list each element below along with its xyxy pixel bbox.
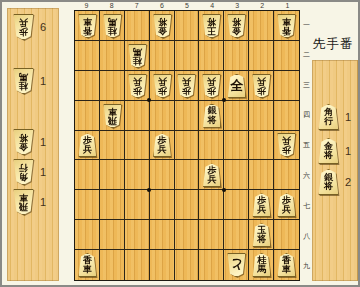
piece-kanji: 兵 <box>158 145 167 155</box>
square-7-9[interactable] <box>125 250 150 280</box>
piece-kanji: 歩 <box>182 86 191 96</box>
rank-label-6: 六 <box>301 161 312 191</box>
piece-kanji: 行 <box>324 117 333 127</box>
square-3-6[interactable] <box>224 160 249 190</box>
gote-hand-gold-count: 1 <box>40 136 46 148</box>
gote-hand-rook-count: 1 <box>40 196 46 208</box>
piece-kanji: 全 <box>230 79 243 93</box>
square-5-9[interactable] <box>175 250 200 280</box>
piece-face: 歩兵 <box>202 74 221 98</box>
piece-face: 歩兵 <box>153 74 172 98</box>
gote-lance-piece: 香車 <box>78 14 97 38</box>
square-4-3[interactable]: 歩兵 <box>199 71 224 101</box>
gote-knight-piece: 桂馬 <box>103 14 122 38</box>
piece-kanji: 将 <box>232 16 241 26</box>
square-6-1[interactable]: 金将 <box>150 11 175 41</box>
square-1-1[interactable]: 香車 <box>274 11 299 41</box>
file-label-7: 7 <box>124 1 149 10</box>
sente-hand-silver-count: 2 <box>345 176 351 188</box>
square-1-2[interactable] <box>274 41 299 71</box>
piece-kanji: 車 <box>19 193 28 203</box>
piece-face: 銀将 <box>202 104 221 128</box>
sente-hand-gold[interactable]: 金将1 <box>318 138 351 164</box>
piece-face: 角行 <box>318 104 339 130</box>
piece-kanji: 桂 <box>108 26 117 36</box>
square-8-9[interactable] <box>100 250 125 280</box>
square-6-7[interactable] <box>150 190 175 220</box>
square-3-9[interactable]: と <box>224 250 249 280</box>
piece-face: 歩兵 <box>78 133 97 157</box>
piece-face: 角行 <box>13 159 34 185</box>
piece-face: 王将 <box>202 14 221 38</box>
square-4-9[interactable] <box>199 250 224 280</box>
file-label-9: 9 <box>74 1 99 10</box>
rank-label-3: 三 <box>301 70 312 100</box>
piece-kanji: 歩 <box>133 86 142 96</box>
piece-kanji: 兵 <box>207 76 216 86</box>
square-9-3[interactable] <box>75 71 100 101</box>
piece-face: 歩兵 <box>153 133 172 157</box>
piece-kanji: 桂 <box>133 56 142 66</box>
square-7-7[interactable] <box>125 190 150 220</box>
square-2-4[interactable] <box>249 101 274 131</box>
file-label-8: 8 <box>99 1 124 10</box>
piece-kanji: 兵 <box>207 175 216 185</box>
piece-kanji: 車 <box>83 265 92 275</box>
sente-pawn-piece: 歩兵 <box>252 193 271 217</box>
piece-kanji: 将 <box>19 133 28 143</box>
square-7-6[interactable] <box>125 160 150 190</box>
piece-face: 歩兵 <box>252 74 271 98</box>
piece-kanji: 将 <box>324 182 333 192</box>
square-4-6[interactable]: 歩兵 <box>199 160 224 190</box>
square-2-9[interactable]: 桂馬 <box>249 250 274 280</box>
square-6-8[interactable] <box>150 220 175 250</box>
gote-knight-piece: 桂馬 <box>128 44 147 68</box>
square-4-2[interactable] <box>199 41 224 71</box>
square-1-9[interactable]: 香車 <box>274 250 299 280</box>
square-5-5[interactable] <box>175 131 200 161</box>
square-8-1[interactable]: 桂馬 <box>100 11 125 41</box>
gote-pawn-piece: 歩兵 <box>202 74 221 98</box>
piece-kanji: 王 <box>207 26 216 36</box>
piece-kanji: 馬 <box>133 46 142 56</box>
piece-kanji: 歩 <box>282 145 291 155</box>
sente-silver-piece[interactable]: 銀将 <box>318 169 339 195</box>
square-9-9[interactable]: 香車 <box>75 250 100 280</box>
piece-kanji: 歩 <box>19 27 28 37</box>
square-2-1[interactable] <box>249 11 274 41</box>
gote-hand-pawn-count: 6 <box>40 21 46 33</box>
piece-kanji: 車 <box>108 106 117 116</box>
square-6-2[interactable] <box>150 41 175 71</box>
sente-pawn-piece: 歩兵 <box>78 133 97 157</box>
square-2-2[interactable] <box>249 41 274 71</box>
piece-kanji: 馬 <box>108 16 117 26</box>
sente-hand-bishop-count: 1 <box>345 111 351 123</box>
square-9-4[interactable] <box>75 101 100 131</box>
square-5-8[interactable] <box>175 220 200 250</box>
square-4-8[interactable] <box>199 220 224 250</box>
piece-kanji: 香 <box>83 26 92 36</box>
square-5-7[interactable] <box>175 190 200 220</box>
square-3-1[interactable]: 金将 <box>224 11 249 41</box>
file-label-1: 1 <box>275 1 300 10</box>
piece-face: 飛車 <box>103 104 122 128</box>
piece-kanji: 金 <box>19 142 28 152</box>
piece-kanji: 将 <box>207 16 216 26</box>
gote-hand-bishop[interactable]: 角行1 <box>13 159 46 185</box>
piece-kanji: と <box>230 258 243 272</box>
square-5-1[interactable] <box>175 11 200 41</box>
square-3-7[interactable] <box>224 190 249 220</box>
piece-kanji: 車 <box>282 16 291 26</box>
file-label-5: 5 <box>174 1 199 10</box>
piece-kanji: 将 <box>207 116 216 126</box>
gote-pawn-piece: 歩兵 <box>128 74 147 98</box>
square-8-4[interactable]: 飛車 <box>100 101 125 131</box>
sente-bishop-piece[interactable]: 角行 <box>318 104 339 130</box>
piece-kanji: 歩 <box>257 86 266 96</box>
piece-kanji: 兵 <box>282 136 291 146</box>
rank-label-8: 八 <box>301 221 312 251</box>
gote-king-piece: 王将 <box>202 14 221 38</box>
piece-face: 香車 <box>78 14 97 38</box>
sente-pawn-piece: 歩兵 <box>202 163 221 187</box>
rank-label-9: 九 <box>301 251 312 281</box>
square-2-3[interactable]: 歩兵 <box>249 71 274 101</box>
gote-hand-rook[interactable]: 飛車1 <box>13 189 46 215</box>
piece-face: 全 <box>227 74 246 98</box>
square-7-1[interactable] <box>125 11 150 41</box>
gote-tokin-piece: と <box>227 253 246 277</box>
sente-promoted-silver-piece: 全 <box>227 74 246 98</box>
piece-face: 歩兵 <box>128 74 147 98</box>
piece-face: 桂馬 <box>252 253 271 277</box>
piece-kanji: 兵 <box>282 205 291 215</box>
shogi-diagram: 歩兵6桂馬1金将1角行1飛車1 987654321 香車桂馬金将王将金将香車桂馬… <box>0 0 360 287</box>
piece-face: 歩兵 <box>202 163 221 187</box>
square-5-4[interactable] <box>175 101 200 131</box>
file-labels: 987654321 <box>74 1 300 10</box>
sente-gold-piece[interactable]: 金将 <box>318 138 339 164</box>
hoshi-dot <box>147 98 151 102</box>
square-3-2[interactable] <box>224 41 249 71</box>
sente-lance-piece: 香車 <box>277 253 296 277</box>
gote-hand-knight[interactable]: 桂馬1 <box>13 68 46 94</box>
piece-kanji: 桂 <box>19 81 28 91</box>
piece-kanji: 行 <box>19 163 28 173</box>
gote-hand-pawn[interactable]: 歩兵6 <box>13 14 46 40</box>
gote-bishop-piece[interactable]: 角行 <box>13 159 34 185</box>
piece-kanji: 将 <box>257 235 266 245</box>
square-3-8[interactable] <box>224 220 249 250</box>
piece-kanji: 兵 <box>182 76 191 86</box>
piece-kanji: 金 <box>232 26 241 36</box>
gote-hand-gold[interactable]: 金将1 <box>13 129 46 155</box>
piece-kanji: 歩 <box>158 86 167 96</box>
rank-label-5: 五 <box>301 130 312 160</box>
piece-face: 歩兵 <box>13 14 34 40</box>
piece-face: 飛車 <box>13 189 34 215</box>
piece-face: 金将 <box>227 14 246 38</box>
piece-face: 金将 <box>153 14 172 38</box>
file-label-6: 6 <box>149 1 174 10</box>
sente-knight-piece: 桂馬 <box>252 253 271 277</box>
gote-gold-piece: 金将 <box>227 14 246 38</box>
square-1-4[interactable] <box>274 101 299 131</box>
piece-face: 金将 <box>318 138 339 164</box>
piece-kanji: 歩 <box>207 86 216 96</box>
piece-kanji: 角 <box>19 172 28 182</box>
square-1-6[interactable] <box>274 160 299 190</box>
square-4-7[interactable] <box>199 190 224 220</box>
piece-kanji: 馬 <box>19 72 28 82</box>
piece-kanji: 飛 <box>108 116 117 126</box>
square-9-2[interactable] <box>75 41 100 71</box>
piece-kanji: 車 <box>83 16 92 26</box>
file-label-4: 4 <box>200 1 225 10</box>
sente-hand-silver[interactable]: 銀将2 <box>318 169 351 195</box>
sente-lance-piece: 香車 <box>78 253 97 277</box>
sente-pawn-piece: 歩兵 <box>153 133 172 157</box>
square-8-3[interactable] <box>100 71 125 101</box>
gote-hand-knight-count: 1 <box>40 75 46 87</box>
file-label-3: 3 <box>225 1 250 10</box>
square-9-5[interactable]: 歩兵 <box>75 131 100 161</box>
piece-face: 歩兵 <box>252 193 271 217</box>
piece-face: 歩兵 <box>277 133 296 157</box>
piece-kanji: 将 <box>324 151 333 161</box>
piece-face: 歩兵 <box>177 74 196 98</box>
square-6-9[interactable] <box>150 250 175 280</box>
square-2-5[interactable] <box>249 131 274 161</box>
rank-label-7: 七 <box>301 191 312 221</box>
square-8-6[interactable] <box>100 160 125 190</box>
rank-label-4: 四 <box>301 100 312 130</box>
square-9-8[interactable] <box>75 220 100 250</box>
square-9-6[interactable] <box>75 160 100 190</box>
gote-gold-piece: 金将 <box>153 14 172 38</box>
square-2-8[interactable]: 玉将 <box>249 220 274 250</box>
sente-hand-bishop[interactable]: 角行1 <box>318 104 351 130</box>
piece-face: 金将 <box>13 129 34 155</box>
square-3-3[interactable]: 全 <box>224 71 249 101</box>
square-3-4[interactable] <box>224 101 249 131</box>
gote-rook-piece: 飛車 <box>103 104 122 128</box>
piece-kanji: 兵 <box>83 145 92 155</box>
gote-hand-bishop-count: 1 <box>40 166 46 178</box>
piece-kanji: 金 <box>158 26 167 36</box>
gote-pawn-piece: 歩兵 <box>277 133 296 157</box>
piece-face: 玉将 <box>252 223 271 247</box>
gote-gold-piece[interactable]: 金将 <box>13 129 34 155</box>
square-6-3[interactable]: 歩兵 <box>150 71 175 101</box>
square-8-8[interactable] <box>100 220 125 250</box>
square-7-2[interactable]: 桂馬 <box>125 41 150 71</box>
hoshi-dot <box>147 188 151 192</box>
square-9-7[interactable] <box>75 190 100 220</box>
gote-hand-stand: 歩兵6桂馬1金将1角行1飛車1 <box>7 8 59 281</box>
square-8-7[interactable] <box>100 190 125 220</box>
piece-face: 銀将 <box>318 169 339 195</box>
piece-kanji: 兵 <box>158 76 167 86</box>
square-7-5[interactable] <box>125 131 150 161</box>
square-6-4[interactable] <box>150 101 175 131</box>
gote-pawn-piece: 歩兵 <box>177 74 196 98</box>
square-9-1[interactable]: 香車 <box>75 11 100 41</box>
square-4-5[interactable] <box>199 131 224 161</box>
square-2-7[interactable]: 歩兵 <box>249 190 274 220</box>
square-7-3[interactable]: 歩兵 <box>125 71 150 101</box>
gote-pawn-piece: 歩兵 <box>153 74 172 98</box>
sente-hand-stand: 角行1金将1銀将2 <box>312 60 358 281</box>
piece-face: 香車 <box>78 253 97 277</box>
file-label-2: 2 <box>250 1 275 10</box>
piece-face: と <box>227 253 246 277</box>
hoshi-dot <box>222 98 226 102</box>
square-7-8[interactable] <box>125 220 150 250</box>
square-1-3[interactable] <box>274 71 299 101</box>
piece-face: 香車 <box>277 253 296 277</box>
sente-pawn-piece: 歩兵 <box>277 193 296 217</box>
piece-kanji: 兵 <box>257 205 266 215</box>
square-1-5[interactable]: 歩兵 <box>274 131 299 161</box>
piece-face: 桂馬 <box>103 14 122 38</box>
piece-kanji: 将 <box>158 16 167 26</box>
piece-kanji: 兵 <box>19 18 28 28</box>
piece-kanji: 香 <box>282 26 291 36</box>
hoshi-dot <box>222 188 226 192</box>
gote-knight-piece[interactable]: 桂馬 <box>13 68 34 94</box>
square-1-7[interactable]: 歩兵 <box>274 190 299 220</box>
square-4-4[interactable]: 銀将 <box>199 101 224 131</box>
piece-face: 桂馬 <box>13 68 34 94</box>
piece-kanji: 兵 <box>257 76 266 86</box>
piece-face: 歩兵 <box>277 193 296 217</box>
square-5-2[interactable] <box>175 41 200 71</box>
gote-pawn-piece: 歩兵 <box>252 74 271 98</box>
square-7-4[interactable] <box>125 101 150 131</box>
piece-kanji: 飛 <box>19 202 28 212</box>
square-6-6[interactable] <box>150 160 175 190</box>
piece-face: 香車 <box>277 14 296 38</box>
shogi-board: 香車桂馬金将王将金将香車桂馬歩兵歩兵歩兵歩兵全歩兵飛車銀将歩兵歩兵歩兵歩兵歩兵歩… <box>74 10 300 281</box>
sente-silver-piece: 銀将 <box>202 104 221 128</box>
square-4-1[interactable]: 王将 <box>199 11 224 41</box>
sente-king-piece: 玉将 <box>252 223 271 247</box>
piece-kanji: 兵 <box>133 76 142 86</box>
square-2-6[interactable] <box>249 160 274 190</box>
gote-pawn-piece[interactable]: 歩兵 <box>13 14 34 40</box>
square-6-5[interactable]: 歩兵 <box>150 131 175 161</box>
square-5-6[interactable] <box>175 160 200 190</box>
sente-hand-gold-count: 1 <box>345 145 351 157</box>
square-5-3[interactable]: 歩兵 <box>175 71 200 101</box>
square-1-8[interactable] <box>274 220 299 250</box>
gote-lance-piece: 香車 <box>277 14 296 38</box>
turn-indicator: 先手番 <box>308 36 358 53</box>
square-8-5[interactable] <box>100 131 125 161</box>
square-3-5[interactable] <box>224 131 249 161</box>
piece-kanji: 車 <box>282 265 291 275</box>
square-8-2[interactable] <box>100 41 125 71</box>
gote-rook-piece[interactable]: 飛車 <box>13 189 34 215</box>
piece-kanji: 馬 <box>257 265 266 275</box>
piece-face: 桂馬 <box>128 44 147 68</box>
